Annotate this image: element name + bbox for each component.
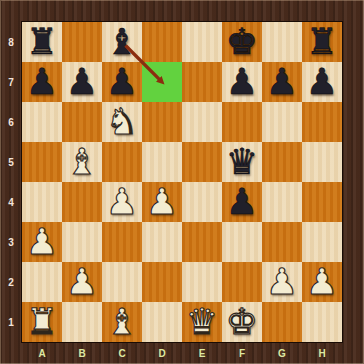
square-e6[interactable] xyxy=(182,102,222,142)
square-d8[interactable] xyxy=(142,22,182,62)
square-d1[interactable] xyxy=(142,302,182,342)
black-pawn[interactable]: ♟ xyxy=(106,62,138,102)
square-d6[interactable] xyxy=(142,102,182,142)
square-g6[interactable] xyxy=(262,102,302,142)
square-h8[interactable]: ♜ xyxy=(302,22,342,62)
square-h7[interactable]: ♟ xyxy=(302,62,342,102)
black-queen[interactable]: ♛ xyxy=(226,142,258,182)
square-a4[interactable] xyxy=(22,182,62,222)
square-a3[interactable]: ♟ xyxy=(22,222,62,262)
square-f5[interactable]: ♛ xyxy=(222,142,262,182)
square-a8[interactable]: ♜ xyxy=(22,22,62,62)
square-c4[interactable]: ♟ xyxy=(102,182,142,222)
file-label-f: F xyxy=(222,348,262,359)
square-b8[interactable] xyxy=(62,22,102,62)
square-f4[interactable]: ♟ xyxy=(222,182,262,222)
white-pawn[interactable]: ♟ xyxy=(146,182,178,222)
square-d2[interactable] xyxy=(142,262,182,302)
square-f7[interactable]: ♟ xyxy=(222,62,262,102)
black-pawn[interactable]: ♟ xyxy=(66,62,98,102)
square-g5[interactable] xyxy=(262,142,302,182)
square-d7[interactable] xyxy=(142,62,182,102)
square-b7[interactable]: ♟ xyxy=(62,62,102,102)
black-pawn[interactable]: ♟ xyxy=(226,182,258,222)
white-knight[interactable]: ♞ xyxy=(106,102,138,142)
black-pawn[interactable]: ♟ xyxy=(226,62,258,102)
square-g1[interactable] xyxy=(262,302,302,342)
file-label-b: B xyxy=(62,348,102,359)
chess-widget: ♜♝♚♜♟♟♟♟♟♟♞♝♛♟♟♟♟♟♟♟♜♝♛♚ 87654321ABCDEFG… xyxy=(0,0,364,364)
square-a2[interactable] xyxy=(22,262,62,302)
square-b1[interactable] xyxy=(62,302,102,342)
square-h5[interactable] xyxy=(302,142,342,182)
square-e1[interactable]: ♛ xyxy=(182,302,222,342)
square-d5[interactable] xyxy=(142,142,182,182)
file-label-h: H xyxy=(302,348,342,359)
square-g8[interactable] xyxy=(262,22,302,62)
square-g2[interactable]: ♟ xyxy=(262,262,302,302)
square-e8[interactable] xyxy=(182,22,222,62)
square-e2[interactable] xyxy=(182,262,222,302)
square-c3[interactable] xyxy=(102,222,142,262)
square-g4[interactable] xyxy=(262,182,302,222)
rank-label-3: 3 xyxy=(0,222,22,262)
rank-label-2: 2 xyxy=(0,262,22,302)
file-label-c: C xyxy=(102,348,142,359)
rank-label-8: 8 xyxy=(0,22,22,62)
file-label-a: A xyxy=(22,348,62,359)
white-pawn[interactable]: ♟ xyxy=(106,182,138,222)
square-h4[interactable] xyxy=(302,182,342,222)
square-b4[interactable] xyxy=(62,182,102,222)
file-label-d: D xyxy=(142,348,182,359)
square-f6[interactable] xyxy=(222,102,262,142)
square-g3[interactable] xyxy=(262,222,302,262)
black-rook[interactable]: ♜ xyxy=(306,22,338,62)
rank-label-1: 1 xyxy=(0,302,22,342)
file-label-g: G xyxy=(262,348,302,359)
square-b5[interactable]: ♝ xyxy=(62,142,102,182)
rank-label-7: 7 xyxy=(0,62,22,102)
square-f3[interactable] xyxy=(222,222,262,262)
square-d3[interactable] xyxy=(142,222,182,262)
square-b3[interactable] xyxy=(62,222,102,262)
white-queen[interactable]: ♛ xyxy=(186,302,218,342)
rank-label-5: 5 xyxy=(0,142,22,182)
square-c8[interactable]: ♝ xyxy=(102,22,142,62)
square-b2[interactable]: ♟ xyxy=(62,262,102,302)
square-c5[interactable] xyxy=(102,142,142,182)
black-pawn[interactable]: ♟ xyxy=(266,62,298,102)
square-h1[interactable] xyxy=(302,302,342,342)
square-h6[interactable] xyxy=(302,102,342,142)
square-a5[interactable] xyxy=(22,142,62,182)
square-f1[interactable]: ♚ xyxy=(222,302,262,342)
white-pawn[interactable]: ♟ xyxy=(66,262,98,302)
rank-label-4: 4 xyxy=(0,182,22,222)
square-e4[interactable] xyxy=(182,182,222,222)
black-pawn[interactable]: ♟ xyxy=(26,62,58,102)
white-pawn[interactable]: ♟ xyxy=(306,262,338,302)
square-c2[interactable] xyxy=(102,262,142,302)
square-e5[interactable] xyxy=(182,142,222,182)
square-d4[interactable]: ♟ xyxy=(142,182,182,222)
white-king[interactable]: ♚ xyxy=(226,302,258,342)
chess-board: ♜♝♚♜♟♟♟♟♟♟♞♝♛♟♟♟♟♟♟♟♜♝♛♚ xyxy=(22,22,342,342)
black-rook[interactable]: ♜ xyxy=(26,22,58,62)
square-e3[interactable] xyxy=(182,222,222,262)
square-b6[interactable] xyxy=(62,102,102,142)
white-bishop[interactable]: ♝ xyxy=(106,302,138,342)
square-g7[interactable]: ♟ xyxy=(262,62,302,102)
black-bishop[interactable]: ♝ xyxy=(106,22,138,62)
square-c1[interactable]: ♝ xyxy=(102,302,142,342)
square-f8[interactable]: ♚ xyxy=(222,22,262,62)
square-h3[interactable] xyxy=(302,222,342,262)
white-pawn[interactable]: ♟ xyxy=(26,222,58,262)
black-king[interactable]: ♚ xyxy=(226,22,258,62)
black-pawn[interactable]: ♟ xyxy=(306,62,338,102)
square-a1[interactable]: ♜ xyxy=(22,302,62,342)
square-e7[interactable] xyxy=(182,62,222,102)
square-f2[interactable] xyxy=(222,262,262,302)
square-c7[interactable]: ♟ xyxy=(102,62,142,102)
square-h2[interactable]: ♟ xyxy=(302,262,342,302)
white-rook[interactable]: ♜ xyxy=(26,302,58,342)
square-a6[interactable] xyxy=(22,102,62,142)
rank-label-6: 6 xyxy=(0,102,22,142)
white-pawn[interactable]: ♟ xyxy=(266,262,298,302)
square-c6[interactable]: ♞ xyxy=(102,102,142,142)
file-label-e: E xyxy=(182,348,222,359)
square-a7[interactable]: ♟ xyxy=(22,62,62,102)
white-bishop[interactable]: ♝ xyxy=(66,142,98,182)
